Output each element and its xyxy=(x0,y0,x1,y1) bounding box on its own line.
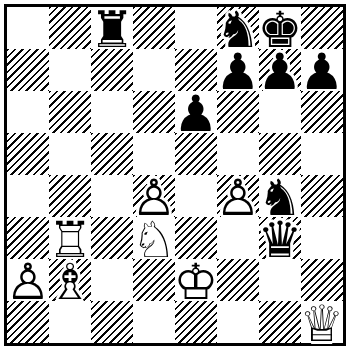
piece-halo: ♞ xyxy=(259,177,301,219)
square-h3[interactable] xyxy=(301,217,343,259)
piece-halo: ♟ xyxy=(217,177,259,219)
board-frame: ♜♜♞♞♚♚♟♟♟♟♟♟♟♟♟♙♟♙♞♞♜♖♞♘♛♛♟♙♝♗♚♔♛♕ xyxy=(4,4,346,346)
square-c2[interactable] xyxy=(91,259,133,301)
square-a5[interactable] xyxy=(7,133,49,175)
white-bishop: ♗ xyxy=(49,261,91,303)
black-pawn: ♟ xyxy=(175,93,217,135)
piece-halo: ♚ xyxy=(175,261,217,303)
square-f4[interactable]: ♟♙ xyxy=(217,175,259,217)
square-d6[interactable] xyxy=(133,91,175,133)
piece-halo: ♟ xyxy=(301,51,343,93)
square-h1[interactable]: ♛♕ xyxy=(301,301,343,343)
square-h8[interactable] xyxy=(301,7,343,49)
white-queen: ♕ xyxy=(301,303,343,345)
white-pawn: ♙ xyxy=(133,177,175,219)
square-e1[interactable] xyxy=(175,301,217,343)
square-e4[interactable] xyxy=(175,175,217,217)
square-a2[interactable]: ♟♙ xyxy=(7,259,49,301)
square-a6[interactable] xyxy=(7,91,49,133)
piece-halo: ♟ xyxy=(259,51,301,93)
square-c6[interactable] xyxy=(91,91,133,133)
black-rook: ♜ xyxy=(91,9,133,51)
square-d5[interactable] xyxy=(133,133,175,175)
square-e8[interactable] xyxy=(175,7,217,49)
square-h2[interactable] xyxy=(301,259,343,301)
piece-halo: ♛ xyxy=(301,303,343,345)
square-e5[interactable] xyxy=(175,133,217,175)
square-g4[interactable]: ♞♞ xyxy=(259,175,301,217)
square-d3[interactable]: ♞♘ xyxy=(133,217,175,259)
square-f3[interactable] xyxy=(217,217,259,259)
piece-halo: ♝ xyxy=(49,261,91,303)
piece-halo: ♟ xyxy=(175,93,217,135)
square-h4[interactable] xyxy=(301,175,343,217)
white-knight: ♘ xyxy=(133,219,175,261)
square-b2[interactable]: ♝♗ xyxy=(49,259,91,301)
square-c8[interactable]: ♜♜ xyxy=(91,7,133,49)
white-rook: ♖ xyxy=(49,219,91,261)
square-d4[interactable]: ♟♙ xyxy=(133,175,175,217)
square-b1[interactable] xyxy=(49,301,91,343)
piece-halo: ♜ xyxy=(49,219,91,261)
white-king: ♔ xyxy=(175,261,217,303)
piece-halo: ♟ xyxy=(217,51,259,93)
square-b8[interactable] xyxy=(49,7,91,49)
piece-halo: ♟ xyxy=(7,261,49,303)
square-g5[interactable] xyxy=(259,133,301,175)
piece-halo: ♟ xyxy=(133,177,175,219)
square-a1[interactable] xyxy=(7,301,49,343)
black-pawn: ♟ xyxy=(259,51,301,93)
square-a7[interactable] xyxy=(7,49,49,91)
chess-diagram: ♜♜♞♞♚♚♟♟♟♟♟♟♟♟♟♙♟♙♞♞♜♖♞♘♛♛♟♙♝♗♚♔♛♕ xyxy=(0,0,350,350)
square-b6[interactable] xyxy=(49,91,91,133)
square-b5[interactable] xyxy=(49,133,91,175)
black-knight: ♞ xyxy=(259,177,301,219)
square-d1[interactable] xyxy=(133,301,175,343)
chess-board: ♜♜♞♞♚♚♟♟♟♟♟♟♟♟♟♙♟♙♞♞♜♖♞♘♛♛♟♙♝♗♚♔♛♕ xyxy=(7,7,343,343)
square-b4[interactable] xyxy=(49,175,91,217)
square-h7[interactable]: ♟♟ xyxy=(301,49,343,91)
black-pawn: ♟ xyxy=(217,51,259,93)
piece-halo: ♜ xyxy=(91,9,133,51)
square-g7[interactable]: ♟♟ xyxy=(259,49,301,91)
square-a8[interactable] xyxy=(7,7,49,49)
square-a3[interactable] xyxy=(7,217,49,259)
square-g3[interactable]: ♛♛ xyxy=(259,217,301,259)
square-e6[interactable]: ♟♟ xyxy=(175,91,217,133)
square-b7[interactable] xyxy=(49,49,91,91)
square-c4[interactable] xyxy=(91,175,133,217)
square-c7[interactable] xyxy=(91,49,133,91)
square-f7[interactable]: ♟♟ xyxy=(217,49,259,91)
white-pawn: ♙ xyxy=(7,261,49,303)
square-g6[interactable] xyxy=(259,91,301,133)
square-h6[interactable] xyxy=(301,91,343,133)
square-d7[interactable] xyxy=(133,49,175,91)
white-pawn: ♙ xyxy=(217,177,259,219)
square-c3[interactable] xyxy=(91,217,133,259)
square-c5[interactable] xyxy=(91,133,133,175)
black-king: ♚ xyxy=(259,9,301,51)
square-d2[interactable] xyxy=(133,259,175,301)
square-d8[interactable] xyxy=(133,7,175,49)
black-pawn: ♟ xyxy=(301,51,343,93)
square-f6[interactable] xyxy=(217,91,259,133)
square-e3[interactable] xyxy=(175,217,217,259)
square-f2[interactable] xyxy=(217,259,259,301)
square-f1[interactable] xyxy=(217,301,259,343)
square-g8[interactable]: ♚♚ xyxy=(259,7,301,49)
square-h5[interactable] xyxy=(301,133,343,175)
piece-halo: ♚ xyxy=(259,9,301,51)
square-g2[interactable] xyxy=(259,259,301,301)
square-f5[interactable] xyxy=(217,133,259,175)
square-g1[interactable] xyxy=(259,301,301,343)
square-e7[interactable] xyxy=(175,49,217,91)
black-queen: ♛ xyxy=(259,219,301,261)
piece-halo: ♞ xyxy=(217,9,259,51)
piece-halo: ♛ xyxy=(259,219,301,261)
black-knight: ♞ xyxy=(217,9,259,51)
square-b3[interactable]: ♜♖ xyxy=(49,217,91,259)
piece-halo: ♞ xyxy=(133,219,175,261)
square-c1[interactable] xyxy=(91,301,133,343)
square-a4[interactable] xyxy=(7,175,49,217)
square-f8[interactable]: ♞♞ xyxy=(217,7,259,49)
square-e2[interactable]: ♚♔ xyxy=(175,259,217,301)
